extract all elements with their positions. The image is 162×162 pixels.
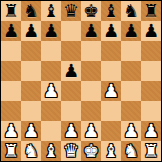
square-f7[interactable]: ♟ bbox=[101, 21, 121, 41]
piece-black-pawn[interactable]: ♟ bbox=[3, 21, 19, 41]
square-g4[interactable] bbox=[121, 81, 141, 101]
chess-board: ♜♞♝♛♚♝♞♜♟♟♟♟♟♟♟♟♟♟♟♟♟♟♟♟♜♞♝♛♚♝♞♜ bbox=[0, 0, 162, 162]
square-d7[interactable] bbox=[61, 21, 81, 41]
square-c7[interactable]: ♟ bbox=[41, 21, 61, 41]
square-f4[interactable]: ♟ bbox=[101, 81, 121, 101]
square-f8[interactable]: ♝ bbox=[101, 1, 121, 21]
square-h1[interactable]: ♜ bbox=[141, 141, 161, 161]
square-c4[interactable]: ♟ bbox=[41, 81, 61, 101]
piece-white-bishop[interactable]: ♝ bbox=[103, 141, 119, 161]
square-d4[interactable] bbox=[61, 81, 81, 101]
piece-black-pawn[interactable]: ♟ bbox=[23, 21, 39, 41]
piece-black-knight[interactable]: ♞ bbox=[23, 1, 39, 21]
piece-white-knight[interactable]: ♞ bbox=[123, 141, 139, 161]
piece-black-rook[interactable]: ♜ bbox=[3, 1, 19, 21]
square-c2[interactable] bbox=[41, 121, 61, 141]
square-e8[interactable]: ♚ bbox=[81, 1, 101, 21]
square-h6[interactable] bbox=[141, 41, 161, 61]
piece-black-pawn[interactable]: ♟ bbox=[43, 21, 59, 41]
piece-black-bishop[interactable]: ♝ bbox=[43, 1, 59, 21]
square-e1[interactable]: ♚ bbox=[81, 141, 101, 161]
square-e6[interactable] bbox=[81, 41, 101, 61]
piece-black-pawn[interactable]: ♟ bbox=[123, 21, 139, 41]
square-h8[interactable]: ♜ bbox=[141, 1, 161, 21]
piece-white-king[interactable]: ♚ bbox=[83, 141, 99, 161]
square-e5[interactable] bbox=[81, 61, 101, 81]
square-h7[interactable]: ♟ bbox=[141, 21, 161, 41]
square-g3[interactable] bbox=[121, 101, 141, 121]
piece-white-rook[interactable]: ♜ bbox=[3, 141, 19, 161]
piece-white-bishop[interactable]: ♝ bbox=[43, 141, 59, 161]
square-b1[interactable]: ♞ bbox=[21, 141, 41, 161]
square-f6[interactable] bbox=[101, 41, 121, 61]
piece-white-queen[interactable]: ♛ bbox=[63, 141, 79, 161]
square-b5[interactable] bbox=[21, 61, 41, 81]
square-b7[interactable]: ♟ bbox=[21, 21, 41, 41]
square-d6[interactable] bbox=[61, 41, 81, 61]
square-g6[interactable] bbox=[121, 41, 141, 61]
square-g5[interactable] bbox=[121, 61, 141, 81]
square-f2[interactable] bbox=[101, 121, 121, 141]
square-b2[interactable]: ♟ bbox=[21, 121, 41, 141]
square-f3[interactable] bbox=[101, 101, 121, 121]
square-h5[interactable] bbox=[141, 61, 161, 81]
square-e4[interactable] bbox=[81, 81, 101, 101]
square-c5[interactable] bbox=[41, 61, 61, 81]
square-a3[interactable] bbox=[1, 101, 21, 121]
piece-white-knight[interactable]: ♞ bbox=[23, 141, 39, 161]
square-d8[interactable]: ♛ bbox=[61, 1, 81, 21]
square-g8[interactable]: ♞ bbox=[121, 1, 141, 21]
square-a8[interactable]: ♜ bbox=[1, 1, 21, 21]
square-g2[interactable]: ♟ bbox=[121, 121, 141, 141]
piece-black-pawn[interactable]: ♟ bbox=[103, 21, 119, 41]
square-b4[interactable] bbox=[21, 81, 41, 101]
piece-black-pawn[interactable]: ♟ bbox=[63, 61, 79, 81]
piece-white-pawn[interactable]: ♟ bbox=[23, 121, 39, 141]
piece-black-rook[interactable]: ♜ bbox=[143, 1, 159, 21]
square-c6[interactable] bbox=[41, 41, 61, 61]
piece-white-pawn[interactable]: ♟ bbox=[63, 121, 79, 141]
piece-black-knight[interactable]: ♞ bbox=[123, 1, 139, 21]
square-b3[interactable] bbox=[21, 101, 41, 121]
piece-white-pawn[interactable]: ♟ bbox=[43, 81, 59, 101]
square-f1[interactable]: ♝ bbox=[101, 141, 121, 161]
square-a4[interactable] bbox=[1, 81, 21, 101]
piece-black-pawn[interactable]: ♟ bbox=[143, 21, 159, 41]
square-g1[interactable]: ♞ bbox=[121, 141, 141, 161]
square-g7[interactable]: ♟ bbox=[121, 21, 141, 41]
square-b8[interactable]: ♞ bbox=[21, 1, 41, 21]
square-e3[interactable] bbox=[81, 101, 101, 121]
square-h4[interactable] bbox=[141, 81, 161, 101]
piece-white-rook[interactable]: ♜ bbox=[143, 141, 159, 161]
square-a7[interactable]: ♟ bbox=[1, 21, 21, 41]
piece-black-bishop[interactable]: ♝ bbox=[103, 1, 119, 21]
piece-black-pawn[interactable]: ♟ bbox=[83, 21, 99, 41]
square-a1[interactable]: ♜ bbox=[1, 141, 21, 161]
square-a6[interactable] bbox=[1, 41, 21, 61]
square-c3[interactable] bbox=[41, 101, 61, 121]
piece-black-king[interactable]: ♚ bbox=[83, 1, 99, 21]
square-a2[interactable]: ♟ bbox=[1, 121, 21, 141]
piece-white-pawn[interactable]: ♟ bbox=[123, 121, 139, 141]
piece-white-pawn[interactable]: ♟ bbox=[83, 121, 99, 141]
square-f5[interactable] bbox=[101, 61, 121, 81]
square-d5[interactable]: ♟ bbox=[61, 61, 81, 81]
piece-black-queen[interactable]: ♛ bbox=[63, 1, 79, 21]
square-e7[interactable]: ♟ bbox=[81, 21, 101, 41]
square-d3[interactable] bbox=[61, 101, 81, 121]
square-c1[interactable]: ♝ bbox=[41, 141, 61, 161]
square-h3[interactable] bbox=[141, 101, 161, 121]
square-h2[interactable]: ♟ bbox=[141, 121, 161, 141]
square-e2[interactable]: ♟ bbox=[81, 121, 101, 141]
square-a5[interactable] bbox=[1, 61, 21, 81]
piece-white-pawn[interactable]: ♟ bbox=[103, 81, 119, 101]
square-d2[interactable]: ♟ bbox=[61, 121, 81, 141]
piece-white-pawn[interactable]: ♟ bbox=[143, 121, 159, 141]
square-b6[interactable] bbox=[21, 41, 41, 61]
piece-white-pawn[interactable]: ♟ bbox=[3, 121, 19, 141]
square-c8[interactable]: ♝ bbox=[41, 1, 61, 21]
square-d1[interactable]: ♛ bbox=[61, 141, 81, 161]
